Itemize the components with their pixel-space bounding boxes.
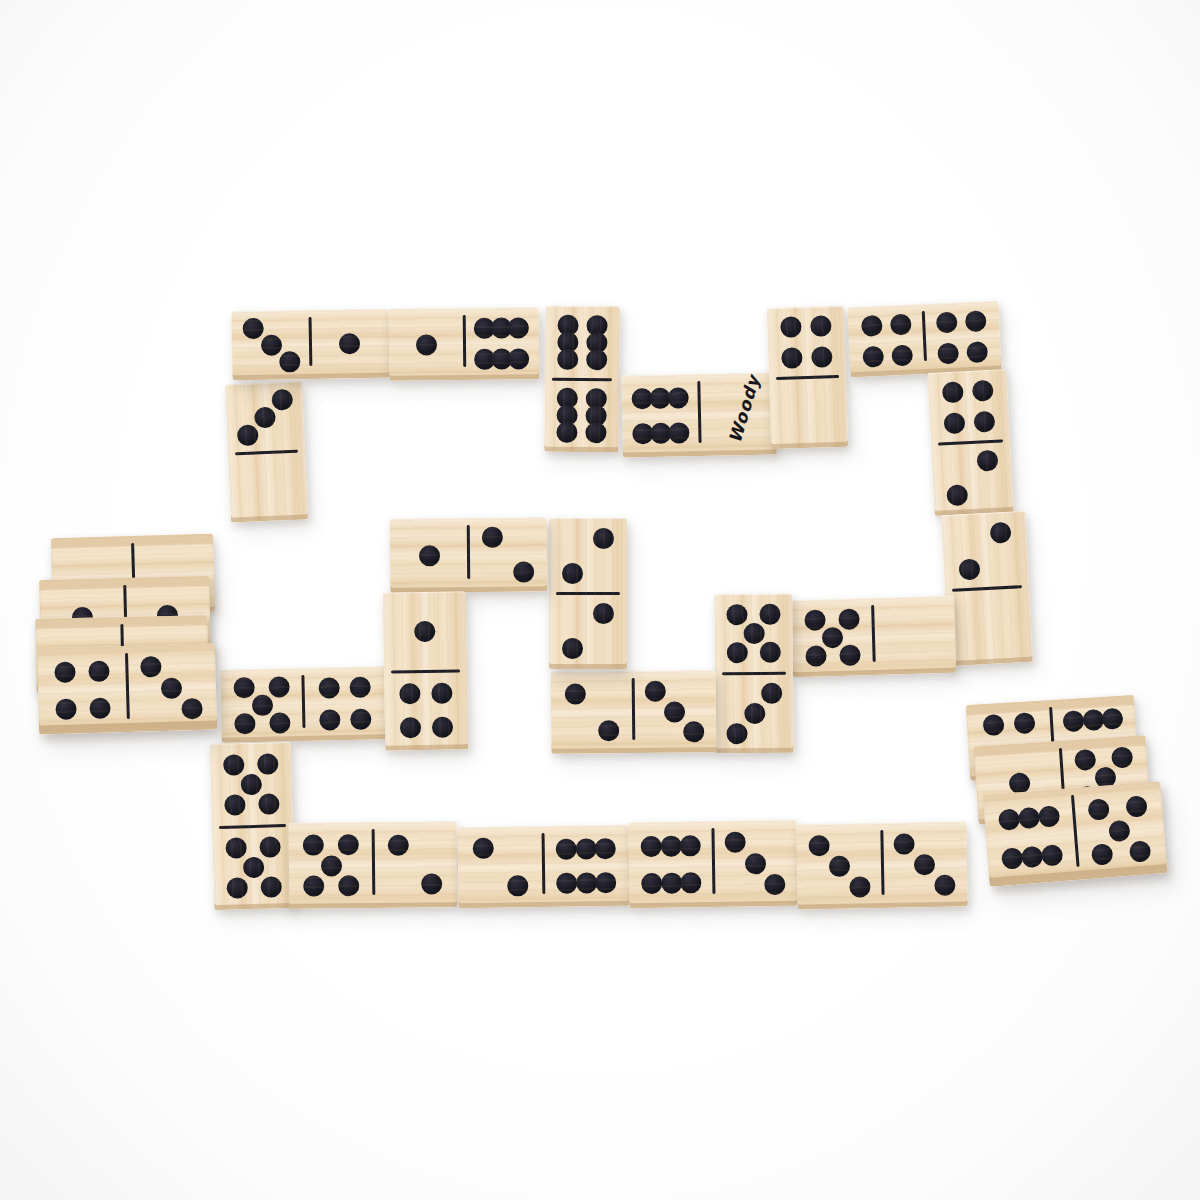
domino-2-6-half-b <box>543 825 630 907</box>
pip <box>598 721 619 742</box>
domino-table: Woody <box>0 0 1200 1200</box>
pip <box>1041 844 1064 867</box>
domino-5-5 <box>210 742 296 910</box>
domino-5-2-half-b <box>373 821 458 908</box>
pip <box>595 872 616 893</box>
domino-pile-right-3-half-a <box>983 788 1079 887</box>
domino-3-1 <box>231 309 389 381</box>
pip <box>416 334 437 355</box>
pip <box>513 561 534 582</box>
domino-4-4-half-a <box>847 304 926 377</box>
pip <box>565 683 586 704</box>
pip <box>508 318 529 339</box>
pip <box>387 834 408 855</box>
pip <box>1000 847 1023 870</box>
pip <box>339 333 360 354</box>
domino-6-0-half-a <box>621 374 700 458</box>
domino-5-2 <box>289 821 458 909</box>
domino-5-0 <box>791 596 956 678</box>
pip <box>976 450 998 472</box>
pip <box>400 717 421 738</box>
pip <box>679 836 700 857</box>
domino-divider <box>462 315 466 367</box>
domino-5-4-half-b <box>303 666 387 741</box>
pip <box>576 872 597 893</box>
domino-3-3-half-a <box>796 823 883 910</box>
domino-3-0-half-a <box>225 381 305 453</box>
pip <box>473 838 494 859</box>
pip <box>942 381 964 403</box>
pip <box>664 701 685 722</box>
pip <box>1014 712 1036 734</box>
pip <box>242 318 263 339</box>
pip <box>225 837 247 859</box>
pip <box>182 698 204 720</box>
pip <box>744 853 765 874</box>
pip <box>661 872 682 893</box>
pip <box>237 425 259 447</box>
pip <box>223 754 245 776</box>
pip <box>319 709 340 730</box>
domino-6-6-half-b <box>544 379 619 453</box>
pip <box>889 314 911 336</box>
pip <box>318 677 339 698</box>
pip <box>762 683 783 704</box>
pip <box>849 876 870 897</box>
pip <box>781 347 803 369</box>
pip <box>349 677 370 698</box>
pip <box>481 527 502 548</box>
pip <box>725 831 746 852</box>
pip <box>338 834 359 855</box>
pip <box>254 407 276 429</box>
domino-divider <box>556 592 620 595</box>
domino-4-0-half-a <box>767 306 846 379</box>
pip <box>257 753 279 775</box>
pip <box>595 838 616 859</box>
domino-2-2-half-b <box>549 594 627 670</box>
pip <box>973 411 995 433</box>
pip <box>350 709 371 730</box>
domino-1-4-half-b <box>384 670 468 750</box>
pip <box>269 712 290 733</box>
pip <box>861 315 883 337</box>
pip <box>934 875 955 896</box>
domino-2-0-half-b <box>945 586 1033 666</box>
pip <box>839 608 861 630</box>
pip <box>414 621 435 642</box>
pip <box>1125 796 1148 819</box>
pip <box>943 412 965 434</box>
pip <box>680 872 701 893</box>
pip <box>764 874 785 895</box>
domino-4-4-half-b <box>923 301 1002 374</box>
domino-divider <box>552 377 612 381</box>
domino-3-0 <box>225 381 308 522</box>
pip <box>660 836 681 857</box>
domino-1-4-half-a <box>383 591 467 671</box>
pip <box>743 623 764 644</box>
domino-1-2 <box>390 517 548 592</box>
domino-5-4 <box>220 666 386 742</box>
domino-5-5-half-b <box>212 825 295 910</box>
domino-divider <box>467 525 470 579</box>
domino-pile-left-4-half-b <box>126 644 217 732</box>
pip <box>822 627 844 649</box>
pip <box>780 316 802 338</box>
domino-5-5-half-a <box>210 742 293 827</box>
domino-3-1-half-a <box>231 310 311 380</box>
pip <box>645 681 666 702</box>
domino-6-0: Woody <box>621 372 777 457</box>
pip <box>586 349 607 370</box>
pip <box>226 877 248 899</box>
pip <box>558 349 579 370</box>
domino-2-2-half-a <box>549 518 627 594</box>
domino-6-6-half-a <box>545 306 620 380</box>
pip <box>259 836 281 858</box>
pip <box>1110 746 1132 768</box>
pip <box>585 422 606 443</box>
domino-pile-left-4 <box>37 644 217 735</box>
pip <box>338 875 359 896</box>
pip <box>140 656 162 678</box>
pip <box>556 873 577 894</box>
pip <box>811 346 833 368</box>
pip <box>997 809 1020 832</box>
pip <box>982 714 1004 736</box>
domino-5-4-half-a <box>220 668 304 743</box>
pip <box>303 834 324 855</box>
pip <box>1038 805 1061 828</box>
domino-5-3-half-a <box>714 594 793 674</box>
pip <box>946 484 968 506</box>
domino-2-3 <box>551 670 717 754</box>
domino-1-6-half-a <box>389 308 465 381</box>
pip <box>55 699 77 721</box>
pip <box>421 874 442 895</box>
domino-1-2-half-a <box>390 518 469 593</box>
domino-4-2 <box>927 369 1013 516</box>
domino-4-0-half-b <box>769 376 848 449</box>
pip <box>432 717 453 738</box>
pip <box>562 563 583 584</box>
pip <box>1128 840 1151 863</box>
pip <box>234 677 255 698</box>
pip <box>641 872 662 893</box>
pip <box>575 838 596 859</box>
pip <box>88 660 110 682</box>
domino-1-2-half-b <box>468 517 547 592</box>
domino-3-3 <box>796 821 968 909</box>
pip <box>804 609 826 631</box>
pip <box>224 794 246 816</box>
pip <box>556 839 577 860</box>
pip <box>641 836 662 857</box>
domino-1-4 <box>383 591 469 750</box>
pip <box>894 833 915 854</box>
pip <box>260 876 282 898</box>
domino-pile-right-3 <box>983 781 1168 887</box>
pip <box>1082 708 1104 730</box>
domino-5-2-half-a <box>289 822 374 909</box>
domino-5-0-half-b <box>872 596 956 675</box>
pip <box>593 528 614 549</box>
pip <box>258 793 280 815</box>
domino-2-3-half-b <box>633 670 716 753</box>
domino-pile-left-4-half-a <box>37 646 128 734</box>
pip <box>829 856 850 877</box>
domino-2-3-half-a <box>551 671 634 754</box>
pip <box>507 875 528 896</box>
domino-1-6 <box>389 307 540 381</box>
domino-4-0 <box>767 306 848 449</box>
pip <box>810 315 832 337</box>
pip <box>744 703 765 724</box>
pip <box>1063 710 1085 732</box>
domino-5-3 <box>714 594 793 754</box>
pip <box>972 379 994 401</box>
domino-divider <box>722 672 786 676</box>
pip <box>938 342 960 364</box>
domino-3-3-half-b <box>881 821 968 908</box>
pip <box>965 310 987 332</box>
domino-6-3 <box>628 820 797 909</box>
pip <box>593 603 614 624</box>
pip <box>668 422 689 443</box>
pip <box>760 642 781 663</box>
domino-1-6-half-b <box>464 307 540 380</box>
pip <box>562 638 583 659</box>
domino-3-0-half-b <box>228 450 308 522</box>
domino-2-6 <box>457 825 629 908</box>
domino-3-1-half-b <box>310 309 390 379</box>
domino-pile-right-3-half-b <box>1071 781 1167 880</box>
domino-6-3-half-b <box>712 820 797 907</box>
pip <box>1074 748 1096 770</box>
pip <box>1018 807 1041 830</box>
pip <box>241 774 263 796</box>
pip <box>431 682 452 703</box>
pip <box>914 854 935 875</box>
pip <box>990 522 1012 544</box>
domino-divider <box>632 678 636 740</box>
pip <box>320 855 341 876</box>
domino-4-2-half-b <box>931 440 1014 516</box>
pip <box>1088 799 1111 822</box>
domino-2-0-half-a <box>941 511 1029 591</box>
pip <box>279 351 300 372</box>
pip <box>54 661 76 683</box>
pip <box>161 677 183 699</box>
pip <box>1108 819 1131 842</box>
pip <box>759 604 780 625</box>
pip <box>809 835 830 856</box>
domino-5-0-half-a <box>791 598 875 677</box>
pip <box>958 558 980 580</box>
pip <box>271 389 293 411</box>
pip <box>1021 845 1044 868</box>
pip <box>840 645 862 667</box>
pip <box>891 344 913 366</box>
pip <box>726 723 747 744</box>
domino-5-3-half-b <box>715 673 794 753</box>
pip <box>683 721 704 742</box>
pip <box>303 876 324 897</box>
pip <box>862 346 884 368</box>
pip <box>557 422 578 443</box>
pip <box>399 683 420 704</box>
pip <box>252 695 273 716</box>
pip <box>243 857 265 879</box>
pip <box>805 646 827 668</box>
domino-6-6 <box>544 306 620 453</box>
pip <box>1101 707 1123 729</box>
pip <box>966 341 988 363</box>
domino-4-2-half-a <box>927 369 1010 445</box>
pip <box>261 335 282 356</box>
pip <box>1091 843 1114 866</box>
pip <box>419 545 440 566</box>
domino-4-4 <box>847 301 1001 378</box>
pip <box>89 698 111 720</box>
pip <box>235 713 256 734</box>
domino-6-3-half-a <box>628 821 713 908</box>
pip <box>667 387 688 408</box>
pip <box>508 348 529 369</box>
pip <box>727 604 748 625</box>
domino-2-2 <box>549 518 627 669</box>
domino-2-6-half-a <box>457 826 544 908</box>
pip <box>936 312 958 334</box>
pip <box>268 677 289 698</box>
pip <box>727 642 748 663</box>
